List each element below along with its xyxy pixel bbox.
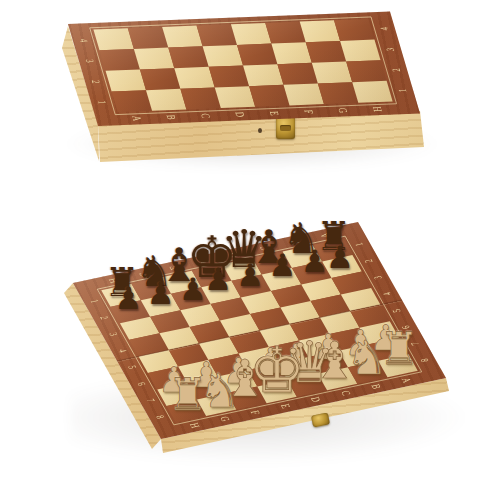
file-label: A (399, 377, 413, 384)
rank-label: 2 (390, 68, 402, 72)
rank-label: 1 (353, 242, 365, 247)
file-label: D (233, 112, 246, 118)
brass-clasp-icon (311, 412, 330, 427)
rank-label: 3 (107, 331, 119, 336)
rank-label: 3 (372, 275, 384, 280)
rank-label: 6 (135, 381, 147, 386)
rank-label: 2 (90, 80, 102, 84)
rank-label: 1 (96, 100, 108, 104)
file-label: H (188, 422, 202, 429)
file-label: E (279, 403, 292, 409)
rank-label: 8 (418, 358, 430, 363)
brass-clasp-icon (276, 116, 295, 139)
rank-label: 1 (396, 89, 408, 93)
closed-chess-box-top: ABCDEFGH43214321 (68, 12, 420, 126)
file-label: E (268, 111, 281, 116)
keyhole-icon (258, 128, 262, 133)
rank-label: 4 (381, 291, 393, 296)
product-photo: ABCDEFGH43214321 HGFEDCBAHGFEDCBA1234567… (0, 0, 500, 500)
rank-label: 2 (362, 258, 374, 263)
file-label: D (227, 252, 241, 259)
file-label: F (167, 265, 180, 271)
rank-label: 8 (154, 414, 166, 419)
file-label: F (302, 110, 315, 114)
file-label: H (106, 277, 120, 284)
file-label: B (369, 383, 383, 390)
board-square (346, 60, 386, 82)
rank-label: 6 (400, 325, 412, 330)
rank-label: 1 (89, 298, 101, 303)
file-label: D (309, 396, 323, 403)
file-label: C (339, 390, 353, 397)
file-label: G (337, 108, 350, 114)
file-label: C (257, 245, 271, 252)
rank-label: 3 (84, 59, 96, 63)
rank-label: 4 (378, 27, 390, 31)
rank-label: 4 (117, 348, 129, 353)
rank-label: 7 (409, 341, 421, 346)
board-square (334, 19, 374, 41)
file-label: C (199, 113, 212, 118)
file-label: H (371, 106, 384, 112)
rank-label: 3 (384, 48, 396, 52)
file-label: A (130, 116, 143, 122)
board-square (340, 40, 380, 62)
file-label: F (248, 410, 261, 416)
file-label: E (197, 258, 210, 264)
rank-label: 5 (390, 308, 402, 313)
board-square (352, 81, 392, 103)
rank-label: 5 (126, 365, 138, 370)
rank-label: 4 (78, 39, 90, 43)
file-label: G (136, 271, 150, 278)
checkerboard-half (93, 19, 392, 112)
file-label: A (318, 232, 332, 239)
file-label: B (287, 239, 301, 246)
file-label: G (218, 416, 232, 423)
rank-label: 7 (145, 398, 157, 403)
rank-label: 2 (98, 315, 110, 320)
file-label: B (165, 115, 178, 120)
